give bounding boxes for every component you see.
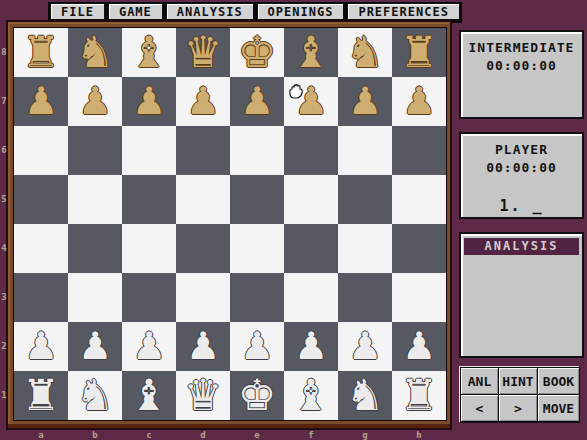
piece-silver-rook-h1[interactable]: ♜ (392, 371, 446, 420)
menu-openings[interactable]: OPENINGS (257, 3, 345, 20)
file-label-b: b (68, 430, 122, 440)
rank-label-3: 3 (0, 273, 8, 322)
piece-silver-pawn-e2[interactable]: ♟ (230, 322, 284, 371)
square-h8[interactable]: ♜ (392, 28, 446, 77)
square-c2[interactable]: ♟ (122, 322, 176, 371)
square-f2[interactable]: ♟ (284, 322, 338, 371)
piece-silver-pawn-h2[interactable]: ♟ (392, 322, 446, 371)
control-buttons: ANL HINT BOOK < > MOVE (460, 367, 580, 423)
square-e3[interactable] (230, 273, 284, 322)
square-f3[interactable] (284, 273, 338, 322)
square-b7[interactable]: ♟ (68, 77, 122, 126)
piece-silver-pawn-d2[interactable]: ♟ (176, 322, 230, 371)
analysis-panel: ANALYSIS (459, 232, 584, 358)
square-e4[interactable] (230, 224, 284, 273)
piece-silver-bishop-f1[interactable]: ♝ (284, 371, 338, 420)
square-c1[interactable]: ♝ (122, 371, 176, 420)
square-b6[interactable] (68, 126, 122, 175)
analysis-content (461, 255, 582, 345)
square-g2[interactable]: ♟ (338, 322, 392, 371)
square-c3[interactable] (122, 273, 176, 322)
piece-silver-knight-g1[interactable]: ♞ (338, 371, 392, 420)
square-g8[interactable]: ♞ (338, 28, 392, 77)
square-h2[interactable]: ♟ (392, 322, 446, 371)
square-g4[interactable] (338, 224, 392, 273)
square-a7[interactable]: ♟ (14, 77, 68, 126)
square-d6[interactable] (176, 126, 230, 175)
square-f1[interactable]: ♝ (284, 371, 338, 420)
square-g3[interactable] (338, 273, 392, 322)
file-label-a: a (14, 430, 68, 440)
square-a5[interactable] (14, 175, 68, 224)
square-b8[interactable]: ♞ (68, 28, 122, 77)
piece-gold-bishop-f8[interactable]: ♝ (284, 28, 338, 77)
square-b1[interactable]: ♞ (68, 371, 122, 420)
file-label-g: g (338, 430, 392, 440)
piece-silver-pawn-b2[interactable]: ♟ (68, 322, 122, 371)
piece-gold-pawn-e7[interactable]: ♟ (230, 77, 284, 126)
opponent-clock-time: 00:00:00 (461, 58, 582, 73)
square-c8[interactable]: ♝ (122, 28, 176, 77)
piece-silver-bishop-c1[interactable]: ♝ (122, 371, 176, 420)
piece-gold-pawn-a7[interactable]: ♟ (14, 77, 68, 126)
square-h4[interactable] (392, 224, 446, 273)
square-h1[interactable]: ♜ (392, 371, 446, 420)
piece-silver-king-e1[interactable]: ♚ (230, 371, 284, 420)
square-h3[interactable] (392, 273, 446, 322)
square-c4[interactable] (122, 224, 176, 273)
piece-silver-pawn-g2[interactable]: ♟ (338, 322, 392, 371)
rank-label-1: 1 (0, 371, 8, 420)
piece-gold-knight-g8[interactable]: ♞ (338, 28, 392, 77)
analysis-title: ANALYSIS (464, 238, 579, 255)
file-label-e: e (230, 430, 284, 440)
square-e7[interactable]: ♟ (230, 77, 284, 126)
square-d1[interactable]: ♛ (176, 371, 230, 420)
piece-silver-rook-a1[interactable]: ♜ (14, 371, 68, 420)
square-h7[interactable]: ♟ (392, 77, 446, 126)
player-clock-time: 00:00:00 (461, 160, 582, 175)
piece-silver-pawn-a2[interactable]: ♟ (14, 322, 68, 371)
square-h5[interactable] (392, 175, 446, 224)
piece-silver-pawn-f2[interactable]: ♟ (284, 322, 338, 371)
hand-cursor (285, 83, 307, 103)
book-button[interactable]: BOOK (538, 368, 579, 394)
square-b5[interactable] (68, 175, 122, 224)
square-e5[interactable] (230, 175, 284, 224)
prev-move-button[interactable]: < (461, 395, 498, 421)
player-label: PLAYER (461, 142, 582, 157)
square-d3[interactable] (176, 273, 230, 322)
player-clock-panel: PLAYER 00:00:00 1. _ (459, 132, 584, 219)
file-label-f: f (284, 430, 338, 440)
rank-label-5: 5 (0, 175, 8, 224)
next-move-button[interactable]: > (499, 395, 537, 421)
menu-game[interactable]: GAME (108, 3, 163, 20)
square-f5[interactable] (284, 175, 338, 224)
square-e1[interactable]: ♚ (230, 371, 284, 420)
square-d7[interactable]: ♟ (176, 77, 230, 126)
square-g7[interactable]: ♟ (338, 77, 392, 126)
piece-gold-pawn-c7[interactable]: ♟ (122, 77, 176, 126)
square-e6[interactable] (230, 126, 284, 175)
file-label-c: c (122, 430, 176, 440)
rank-label-8: 8 (0, 28, 8, 77)
square-g1[interactable]: ♞ (338, 371, 392, 420)
square-a2[interactable]: ♟ (14, 322, 68, 371)
rank-label-7: 7 (0, 77, 8, 126)
square-f4[interactable] (284, 224, 338, 273)
square-c5[interactable] (122, 175, 176, 224)
square-f8[interactable]: ♝ (284, 28, 338, 77)
move-prompt: 1. _ (461, 197, 582, 215)
square-d4[interactable] (176, 224, 230, 273)
piece-gold-bishop-c8[interactable]: ♝ (122, 28, 176, 77)
square-b4[interactable] (68, 224, 122, 273)
file-labels: abcdefgh (14, 430, 446, 440)
hint-button[interactable]: HINT (499, 368, 537, 394)
piece-gold-pawn-d7[interactable]: ♟ (176, 77, 230, 126)
menu-analysis[interactable]: ANALYSIS (166, 3, 254, 20)
square-f6[interactable] (284, 126, 338, 175)
menu-file[interactable]: FILE (50, 3, 105, 20)
square-a4[interactable] (14, 224, 68, 273)
square-b3[interactable] (68, 273, 122, 322)
file-label-d: d (176, 430, 230, 440)
piece-gold-pawn-b7[interactable]: ♟ (68, 77, 122, 126)
piece-gold-rook-a8[interactable]: ♜ (14, 28, 68, 77)
square-c7[interactable]: ♟ (122, 77, 176, 126)
rank-label-2: 2 (0, 322, 8, 371)
rank-label-6: 6 (0, 126, 8, 175)
square-a8[interactable]: ♜ (14, 28, 68, 77)
square-d5[interactable] (176, 175, 230, 224)
square-c6[interactable] (122, 126, 176, 175)
opponent-level-label: INTERMEDIATE (461, 40, 582, 55)
square-a3[interactable] (14, 273, 68, 322)
square-e8[interactable]: ♚ (230, 28, 284, 77)
piece-gold-knight-b8[interactable]: ♞ (68, 28, 122, 77)
piece-gold-rook-h8[interactable]: ♜ (392, 28, 446, 77)
piece-gold-pawn-h7[interactable]: ♟ (392, 77, 446, 126)
square-a1[interactable]: ♜ (14, 371, 68, 420)
rank-labels: 87654321 (0, 28, 8, 420)
rank-label-4: 4 (0, 224, 8, 273)
piece-silver-knight-b1[interactable]: ♞ (68, 371, 122, 420)
square-b2[interactable]: ♟ (68, 322, 122, 371)
piece-gold-queen-d8[interactable]: ♛ (176, 28, 230, 77)
menu-preferences[interactable]: PREFERENCES (347, 3, 459, 20)
file-label-h: h (392, 430, 446, 440)
square-d2[interactable]: ♟ (176, 322, 230, 371)
square-e2[interactable]: ♟ (230, 322, 284, 371)
move-button[interactable]: MOVE (538, 395, 579, 421)
anl-button[interactable]: ANL (461, 368, 498, 394)
square-g6[interactable] (338, 126, 392, 175)
board[interactable]: ♜♞♝♛♚♝♞♜♟♟♟♟♟♟♟♟♟♟♟♟♟♟♟♟♜♞♝♛♚♝♞♜ (14, 28, 446, 420)
square-a6[interactable] (14, 126, 68, 175)
piece-gold-king-e8[interactable]: ♚ (230, 28, 284, 77)
piece-silver-pawn-c2[interactable]: ♟ (122, 322, 176, 371)
square-d8[interactable]: ♛ (176, 28, 230, 77)
opponent-clock-panel: INTERMEDIATE 00:00:00 (459, 30, 584, 119)
square-h6[interactable] (392, 126, 446, 175)
square-g5[interactable] (338, 175, 392, 224)
piece-gold-pawn-g7[interactable]: ♟ (338, 77, 392, 126)
piece-silver-queen-d1[interactable]: ♛ (176, 371, 230, 420)
